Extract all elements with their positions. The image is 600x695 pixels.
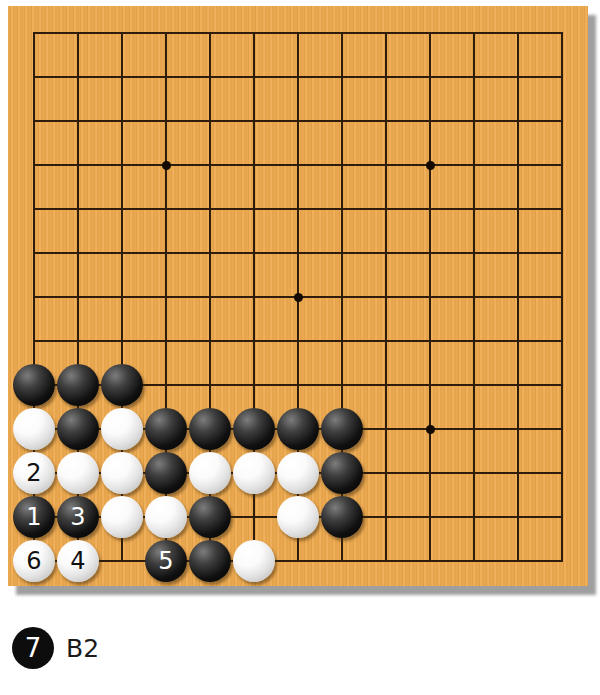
stone-white-C3 (101, 452, 143, 494)
stone-move-number: 6 (26, 549, 41, 573)
stone-white-C4 (101, 408, 143, 450)
stone-black-C5 (101, 364, 143, 406)
stone-black-D3 (145, 452, 187, 494)
caption-black-stone: 7 (12, 627, 54, 669)
stone-white-F1 (233, 540, 275, 582)
stone-black-H2 (321, 496, 363, 538)
stone-white-B1: 4 (57, 540, 99, 582)
stone-white-A3: 2 (13, 452, 55, 494)
stone-black-A5 (13, 364, 55, 406)
stone-black-G4 (277, 408, 319, 450)
caption-coordinate: B2 (66, 636, 99, 661)
stone-black-E2 (189, 496, 231, 538)
stone-black-B5 (57, 364, 99, 406)
stone-black-D4 (145, 408, 187, 450)
stone-white-A1: 6 (13, 540, 55, 582)
star-point (294, 293, 303, 302)
caption-move-number: 7 (25, 635, 42, 661)
grid-line-vertical (385, 32, 387, 562)
grid-line-horizontal (33, 560, 563, 562)
grid-line-vertical (429, 32, 431, 562)
stone-move-number: 4 (70, 549, 85, 573)
stone-black-A2: 1 (13, 496, 55, 538)
go-board: 213645 (8, 6, 588, 586)
stone-move-number: 5 (158, 549, 173, 573)
stone-black-E4 (189, 408, 231, 450)
stone-move-number: 3 (70, 505, 85, 529)
stone-black-B4 (57, 408, 99, 450)
stone-black-E1 (189, 540, 231, 582)
stone-black-D1: 5 (145, 540, 187, 582)
stone-white-G2 (277, 496, 319, 538)
stone-white-F3 (233, 452, 275, 494)
go-diagram-page: 213645 7 B2 (0, 0, 600, 695)
stone-black-H4 (321, 408, 363, 450)
stone-white-C2 (101, 496, 143, 538)
star-point (426, 425, 435, 434)
grid-line-vertical (517, 32, 519, 562)
stone-white-D2 (145, 496, 187, 538)
grid-line-vertical (473, 32, 475, 562)
stone-white-G3 (277, 452, 319, 494)
grid-line-vertical (561, 32, 563, 562)
stone-white-A4 (13, 408, 55, 450)
stone-move-number: 2 (26, 461, 41, 485)
stone-move-number: 1 (26, 505, 41, 529)
stone-black-F4 (233, 408, 275, 450)
star-point (162, 161, 171, 170)
grid-line-horizontal (33, 340, 563, 342)
star-point (426, 161, 435, 170)
stone-black-H3 (321, 452, 363, 494)
stone-white-E3 (189, 452, 231, 494)
stone-black-B2: 3 (57, 496, 99, 538)
stone-white-B3 (57, 452, 99, 494)
move-caption: 7 B2 (12, 627, 99, 669)
